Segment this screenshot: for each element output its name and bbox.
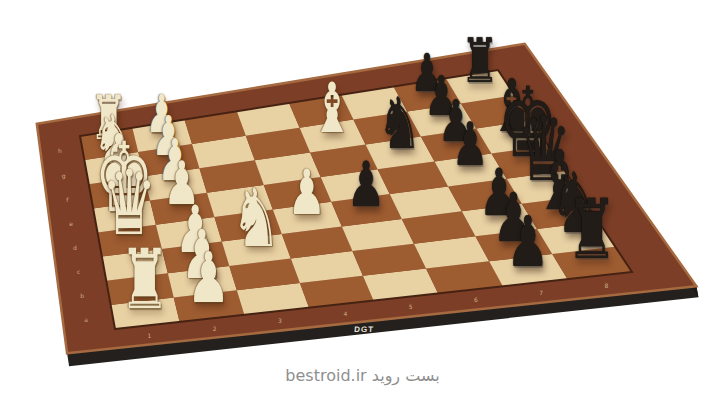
frame-label-file-e: e: [69, 220, 73, 227]
product-photo-scene: 12345678abcdefgh ♜♛♚♝♞♜♟♟♟♟♟♟♟♞♟♝♟♞♟♟♟♟♟…: [0, 0, 725, 400]
chess-board: 12345678abcdefgh: [0, 0, 725, 400]
frame-label-rank-4: 4: [343, 310, 347, 317]
dgt-logo: DGT: [354, 324, 375, 333]
frame-label-file-c: c: [77, 268, 80, 275]
frame-label-file-d: d: [73, 244, 77, 251]
frame-label-rank-7: 7: [539, 289, 543, 296]
frame-label-rank-8: 8: [604, 282, 608, 289]
frame-label-rank-1: 1: [148, 332, 152, 339]
watermark-text: بست روید bestroid.ir: [0, 366, 725, 385]
frame-label-file-h: h: [58, 147, 62, 154]
frame-label-rank-6: 6: [474, 296, 478, 303]
frame-label-rank-5: 5: [409, 303, 413, 310]
frame-label-rank-3: 3: [278, 317, 282, 324]
frame-label-rank-2: 2: [213, 325, 217, 332]
frame-label-file-b: b: [80, 292, 84, 299]
frame-label-file-a: a: [84, 316, 88, 323]
frame-label-file-g: g: [62, 172, 66, 180]
